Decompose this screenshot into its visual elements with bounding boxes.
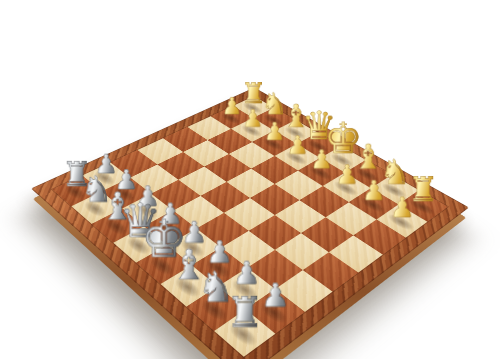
product-photo-scene: ♜♞♝♛♚♝♞♜♟♟♟♟♟♟♟♟♟♟♟♟♟♟♟♟♜♞♝♛♚♝♞♜ bbox=[0, 0, 500, 359]
piece-silver-rook: ♜ bbox=[214, 309, 275, 357]
square-g5 bbox=[301, 217, 353, 252]
pawn-glyph: ♟ bbox=[366, 193, 438, 221]
square-f5 bbox=[275, 200, 326, 233]
square-h1: ♜ bbox=[214, 309, 275, 357]
rook-glyph: ♜ bbox=[201, 290, 288, 332]
board-squares: ♜♞♝♛♚♝♞♜♟♟♟♟♟♟♟♟♟♟♟♟♟♟♟♟♜♞♝♛♚♝♞♜ bbox=[52, 96, 448, 357]
chess-board: ♜♞♝♛♚♝♞♜♟♟♟♟♟♟♟♟♟♟♟♟♟♟♟♟♜♞♝♛♚♝♞♜ bbox=[31, 87, 469, 359]
board-frame: ♜♞♝♛♚♝♞♜♟♟♟♟♟♟♟♟♟♟♟♟♟♟♟♟♜♞♝♛♚♝♞♜ bbox=[31, 87, 469, 359]
